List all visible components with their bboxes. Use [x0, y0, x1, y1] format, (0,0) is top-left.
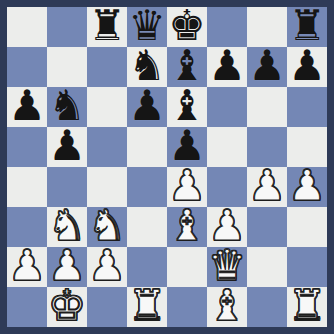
square-c7[interactable]	[87, 47, 127, 87]
black-pawn-h7[interactable]: ♟	[288, 45, 326, 87]
square-d6[interactable]: ♟	[127, 87, 167, 127]
square-d1[interactable]: ♜	[127, 287, 167, 327]
square-b8[interactable]	[47, 7, 87, 47]
white-rook-d1[interactable]: ♜	[128, 285, 166, 327]
square-a4[interactable]	[7, 167, 47, 207]
square-c6[interactable]	[87, 87, 127, 127]
square-e1[interactable]	[167, 287, 207, 327]
square-h7[interactable]: ♟	[287, 47, 327, 87]
black-pawn-a6[interactable]: ♟	[8, 85, 46, 127]
black-pawn-b5[interactable]: ♟	[48, 125, 86, 167]
square-g7[interactable]: ♟	[247, 47, 287, 87]
chess-board: ♜♛♚♜♞♝♟♟♟♟♞♟♝♟♟♟♟♟♞♞♝♟♟♟♟♛♚♜♝♜	[7, 7, 327, 327]
white-pawn-g4[interactable]: ♟	[248, 165, 286, 207]
square-a8[interactable]	[7, 7, 47, 47]
white-pawn-c2[interactable]: ♟	[88, 245, 126, 287]
white-bishop-f1[interactable]: ♝	[208, 285, 246, 327]
square-c8[interactable]: ♜	[87, 7, 127, 47]
black-pawn-d6[interactable]: ♟	[128, 85, 166, 127]
square-h3[interactable]	[287, 207, 327, 247]
square-a6[interactable]: ♟	[7, 87, 47, 127]
square-g6[interactable]	[247, 87, 287, 127]
square-h6[interactable]	[287, 87, 327, 127]
square-d5[interactable]	[127, 127, 167, 167]
white-pawn-h4[interactable]: ♟	[288, 165, 326, 207]
chess-board-frame: ♜♛♚♜♞♝♟♟♟♟♞♟♝♟♟♟♟♟♞♞♝♟♟♟♟♛♚♜♝♜	[0, 0, 334, 334]
square-c5[interactable]	[87, 127, 127, 167]
square-g3[interactable]	[247, 207, 287, 247]
white-bishop-e3[interactable]: ♝	[168, 205, 206, 247]
square-b5[interactable]: ♟	[47, 127, 87, 167]
square-f6[interactable]	[207, 87, 247, 127]
square-b1[interactable]: ♚	[47, 287, 87, 327]
square-a2[interactable]: ♟	[7, 247, 47, 287]
square-h4[interactable]: ♟	[287, 167, 327, 207]
black-pawn-g7[interactable]: ♟	[248, 45, 286, 87]
white-pawn-a2[interactable]: ♟	[8, 245, 46, 287]
square-d3[interactable]	[127, 207, 167, 247]
square-g4[interactable]: ♟	[247, 167, 287, 207]
white-rook-h1[interactable]: ♜	[288, 285, 326, 327]
square-d4[interactable]	[127, 167, 167, 207]
square-c1[interactable]	[87, 287, 127, 327]
square-g2[interactable]	[247, 247, 287, 287]
square-f1[interactable]: ♝	[207, 287, 247, 327]
square-a5[interactable]	[7, 127, 47, 167]
square-c2[interactable]: ♟	[87, 247, 127, 287]
square-f5[interactable]	[207, 127, 247, 167]
square-e3[interactable]: ♝	[167, 207, 207, 247]
square-e2[interactable]	[167, 247, 207, 287]
square-a1[interactable]	[7, 287, 47, 327]
square-h1[interactable]: ♜	[287, 287, 327, 327]
black-rook-c8[interactable]: ♜	[88, 5, 126, 47]
white-king-b1[interactable]: ♚	[48, 285, 86, 327]
square-g1[interactable]	[247, 287, 287, 327]
square-f7[interactable]: ♟	[207, 47, 247, 87]
black-pawn-f7[interactable]: ♟	[208, 45, 246, 87]
